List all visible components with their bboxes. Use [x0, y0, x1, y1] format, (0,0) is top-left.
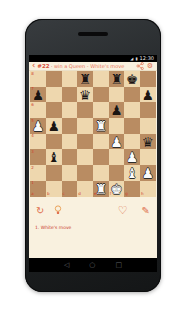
settings-gear-icon[interactable]: ⚙ [147, 62, 153, 70]
status-time: 12:30 [140, 55, 154, 62]
square-h7[interactable]: ♟ [140, 87, 156, 103]
square-b2[interactable] [46, 165, 62, 181]
square-f1[interactable]: f♚ [109, 181, 125, 197]
white-king-f1[interactable]: ♚ [109, 181, 125, 197]
share-icon[interactable] [136, 62, 144, 70]
file-label-b: b [47, 192, 50, 196]
black-pawn-a7[interactable]: ♟ [30, 87, 46, 103]
black-queen-d7[interactable]: ♛ [77, 87, 93, 103]
board-area: 8♜♜♚7♟♛♟6♟5♟♟♜4♟♛3♝♟2♝♟1abcde♜f♚gh [29, 71, 157, 197]
square-b4[interactable] [46, 134, 62, 150]
square-d7[interactable]: ♛ [77, 87, 93, 103]
toolbar-area: ↻ ♡ ✎ 1. White's move [29, 197, 157, 259]
square-d4[interactable] [77, 134, 93, 150]
nav-home-icon[interactable]: ○ [89, 258, 95, 272]
square-a5[interactable]: 5♟ [30, 118, 46, 134]
square-g2[interactable]: ♝ [124, 165, 140, 181]
square-e8[interactable] [93, 71, 109, 87]
square-f8[interactable]: ♜ [109, 71, 125, 87]
square-h8[interactable] [140, 71, 156, 87]
phone-speaker [78, 32, 108, 36]
square-h4[interactable]: ♛ [140, 134, 156, 150]
file-label-h: h [141, 192, 144, 196]
square-a3[interactable]: 3 [30, 149, 46, 165]
square-c1[interactable]: c [62, 181, 78, 197]
square-d8[interactable]: ♜ [77, 71, 93, 87]
square-d1[interactable]: d [77, 181, 93, 197]
square-c7[interactable] [62, 87, 78, 103]
square-h2[interactable]: ♟ [140, 165, 156, 181]
square-a1[interactable]: 1a [30, 181, 46, 197]
white-rook-e5[interactable]: ♜ [93, 118, 109, 134]
square-b6[interactable] [46, 102, 62, 118]
chess-board: 8♜♜♚7♟♛♟6♟5♟♟♜4♟♛3♝♟2♝♟1abcde♜f♚gh [30, 71, 156, 197]
move-list-text: 1. White's move [35, 225, 157, 230]
square-f7[interactable] [109, 87, 125, 103]
white-bishop-g2[interactable]: ♝ [124, 165, 140, 181]
nav-back-icon[interactable]: ◁ [64, 258, 69, 272]
signal-icon: ◢ [130, 55, 133, 62]
square-e5[interactable]: ♜ [93, 118, 109, 134]
square-b8[interactable] [46, 71, 62, 87]
black-rook-d8[interactable]: ♜ [77, 71, 93, 87]
puzzle-title: - win a Queen - White's move [51, 63, 134, 69]
square-d3[interactable] [77, 149, 93, 165]
black-pawn-f6[interactable]: ♟ [109, 102, 125, 118]
phone-frame: ◢ ▮ 12:30 ‹ #22 - win a Queen - White's … [25, 19, 161, 292]
square-e1[interactable]: e♜ [93, 181, 109, 197]
white-rook-e1[interactable]: ♜ [93, 181, 109, 197]
status-bar: ◢ ▮ 12:30 [29, 55, 157, 62]
square-g6[interactable] [124, 102, 140, 118]
android-nav-bar: ◁ ○ □ [29, 258, 157, 272]
hint-icon[interactable] [54, 201, 62, 220]
restart-icon[interactable]: ↻ [36, 205, 44, 216]
square-h1[interactable]: h [140, 181, 156, 197]
square-f3[interactable] [109, 149, 125, 165]
square-g1[interactable]: g [124, 181, 140, 197]
rank-label-1: 1 [31, 181, 34, 185]
square-c6[interactable] [62, 102, 78, 118]
black-rook-f8[interactable]: ♜ [109, 71, 125, 87]
rank-label-2: 2 [31, 166, 34, 170]
favorite-heart-icon[interactable]: ♡ [118, 205, 128, 216]
square-f2[interactable] [109, 165, 125, 181]
rank-label-4: 4 [31, 134, 34, 138]
square-h6[interactable] [140, 102, 156, 118]
white-pawn-a5[interactable]: ♟ [30, 118, 46, 134]
black-pawn-b5[interactable]: ♟ [46, 118, 62, 134]
square-c2[interactable] [62, 165, 78, 181]
square-b3[interactable]: ♝ [46, 149, 62, 165]
battery-icon: ▮ [135, 55, 137, 62]
square-g3[interactable]: ♟ [124, 149, 140, 165]
file-label-a: a [31, 192, 33, 196]
square-b5[interactable]: ♟ [46, 118, 62, 134]
square-c3[interactable] [62, 149, 78, 165]
rank-label-6: 6 [31, 103, 34, 107]
square-d5[interactable] [77, 118, 93, 134]
file-label-g: g [125, 192, 128, 196]
file-label-d: d [78, 192, 81, 196]
square-c5[interactable] [62, 118, 78, 134]
white-pawn-g3[interactable]: ♟ [124, 149, 140, 165]
square-a6[interactable]: 6 [30, 102, 46, 118]
square-g8[interactable]: ♚ [124, 71, 140, 87]
nav-recents-icon[interactable]: □ [115, 258, 122, 272]
edit-pencil-icon[interactable]: ✎ [142, 205, 150, 216]
square-a8[interactable]: 8 [30, 71, 46, 87]
white-pawn-f4[interactable]: ♟ [109, 134, 125, 150]
phone-screen: ◢ ▮ 12:30 ‹ #22 - win a Queen - White's … [29, 55, 157, 272]
square-h3[interactable] [140, 149, 156, 165]
rank-label-3: 3 [31, 150, 34, 154]
toolbar: ↻ ♡ ✎ [29, 197, 157, 220]
square-f4[interactable]: ♟ [109, 134, 125, 150]
black-pawn-h7[interactable]: ♟ [140, 87, 156, 103]
square-f5[interactable] [109, 118, 125, 134]
square-b1[interactable]: b [46, 181, 62, 197]
square-a7[interactable]: 7♟ [30, 87, 46, 103]
square-a4[interactable]: 4 [30, 134, 46, 150]
black-bishop-b3[interactable]: ♝ [46, 149, 62, 165]
square-e6[interactable] [93, 102, 109, 118]
square-a2[interactable]: 2 [30, 165, 46, 181]
square-e7[interactable] [93, 87, 109, 103]
square-f6[interactable]: ♟ [109, 102, 125, 118]
puzzle-number: #22 [37, 63, 49, 69]
black-queen-h4[interactable]: ♛ [140, 134, 156, 150]
square-c4[interactable] [62, 134, 78, 150]
title-bar: ‹ #22 - win a Queen - White's move ⚙ [29, 62, 157, 71]
square-d2[interactable] [77, 165, 93, 181]
square-g4[interactable] [124, 134, 140, 150]
square-d6[interactable] [77, 102, 93, 118]
square-g5[interactable] [124, 118, 140, 134]
rank-label-8: 8 [31, 72, 34, 76]
square-e3[interactable] [93, 149, 109, 165]
square-b7[interactable] [46, 87, 62, 103]
square-h5[interactable] [140, 118, 156, 134]
square-e2[interactable] [93, 165, 109, 181]
black-king-g8[interactable]: ♚ [124, 71, 140, 87]
white-pawn-h2[interactable]: ♟ [140, 165, 156, 181]
file-label-c: c [63, 192, 65, 196]
back-chevron-icon[interactable]: ‹ [32, 62, 35, 70]
square-c8[interactable] [62, 71, 78, 87]
square-e4[interactable] [93, 134, 109, 150]
square-g7[interactable] [124, 87, 140, 103]
